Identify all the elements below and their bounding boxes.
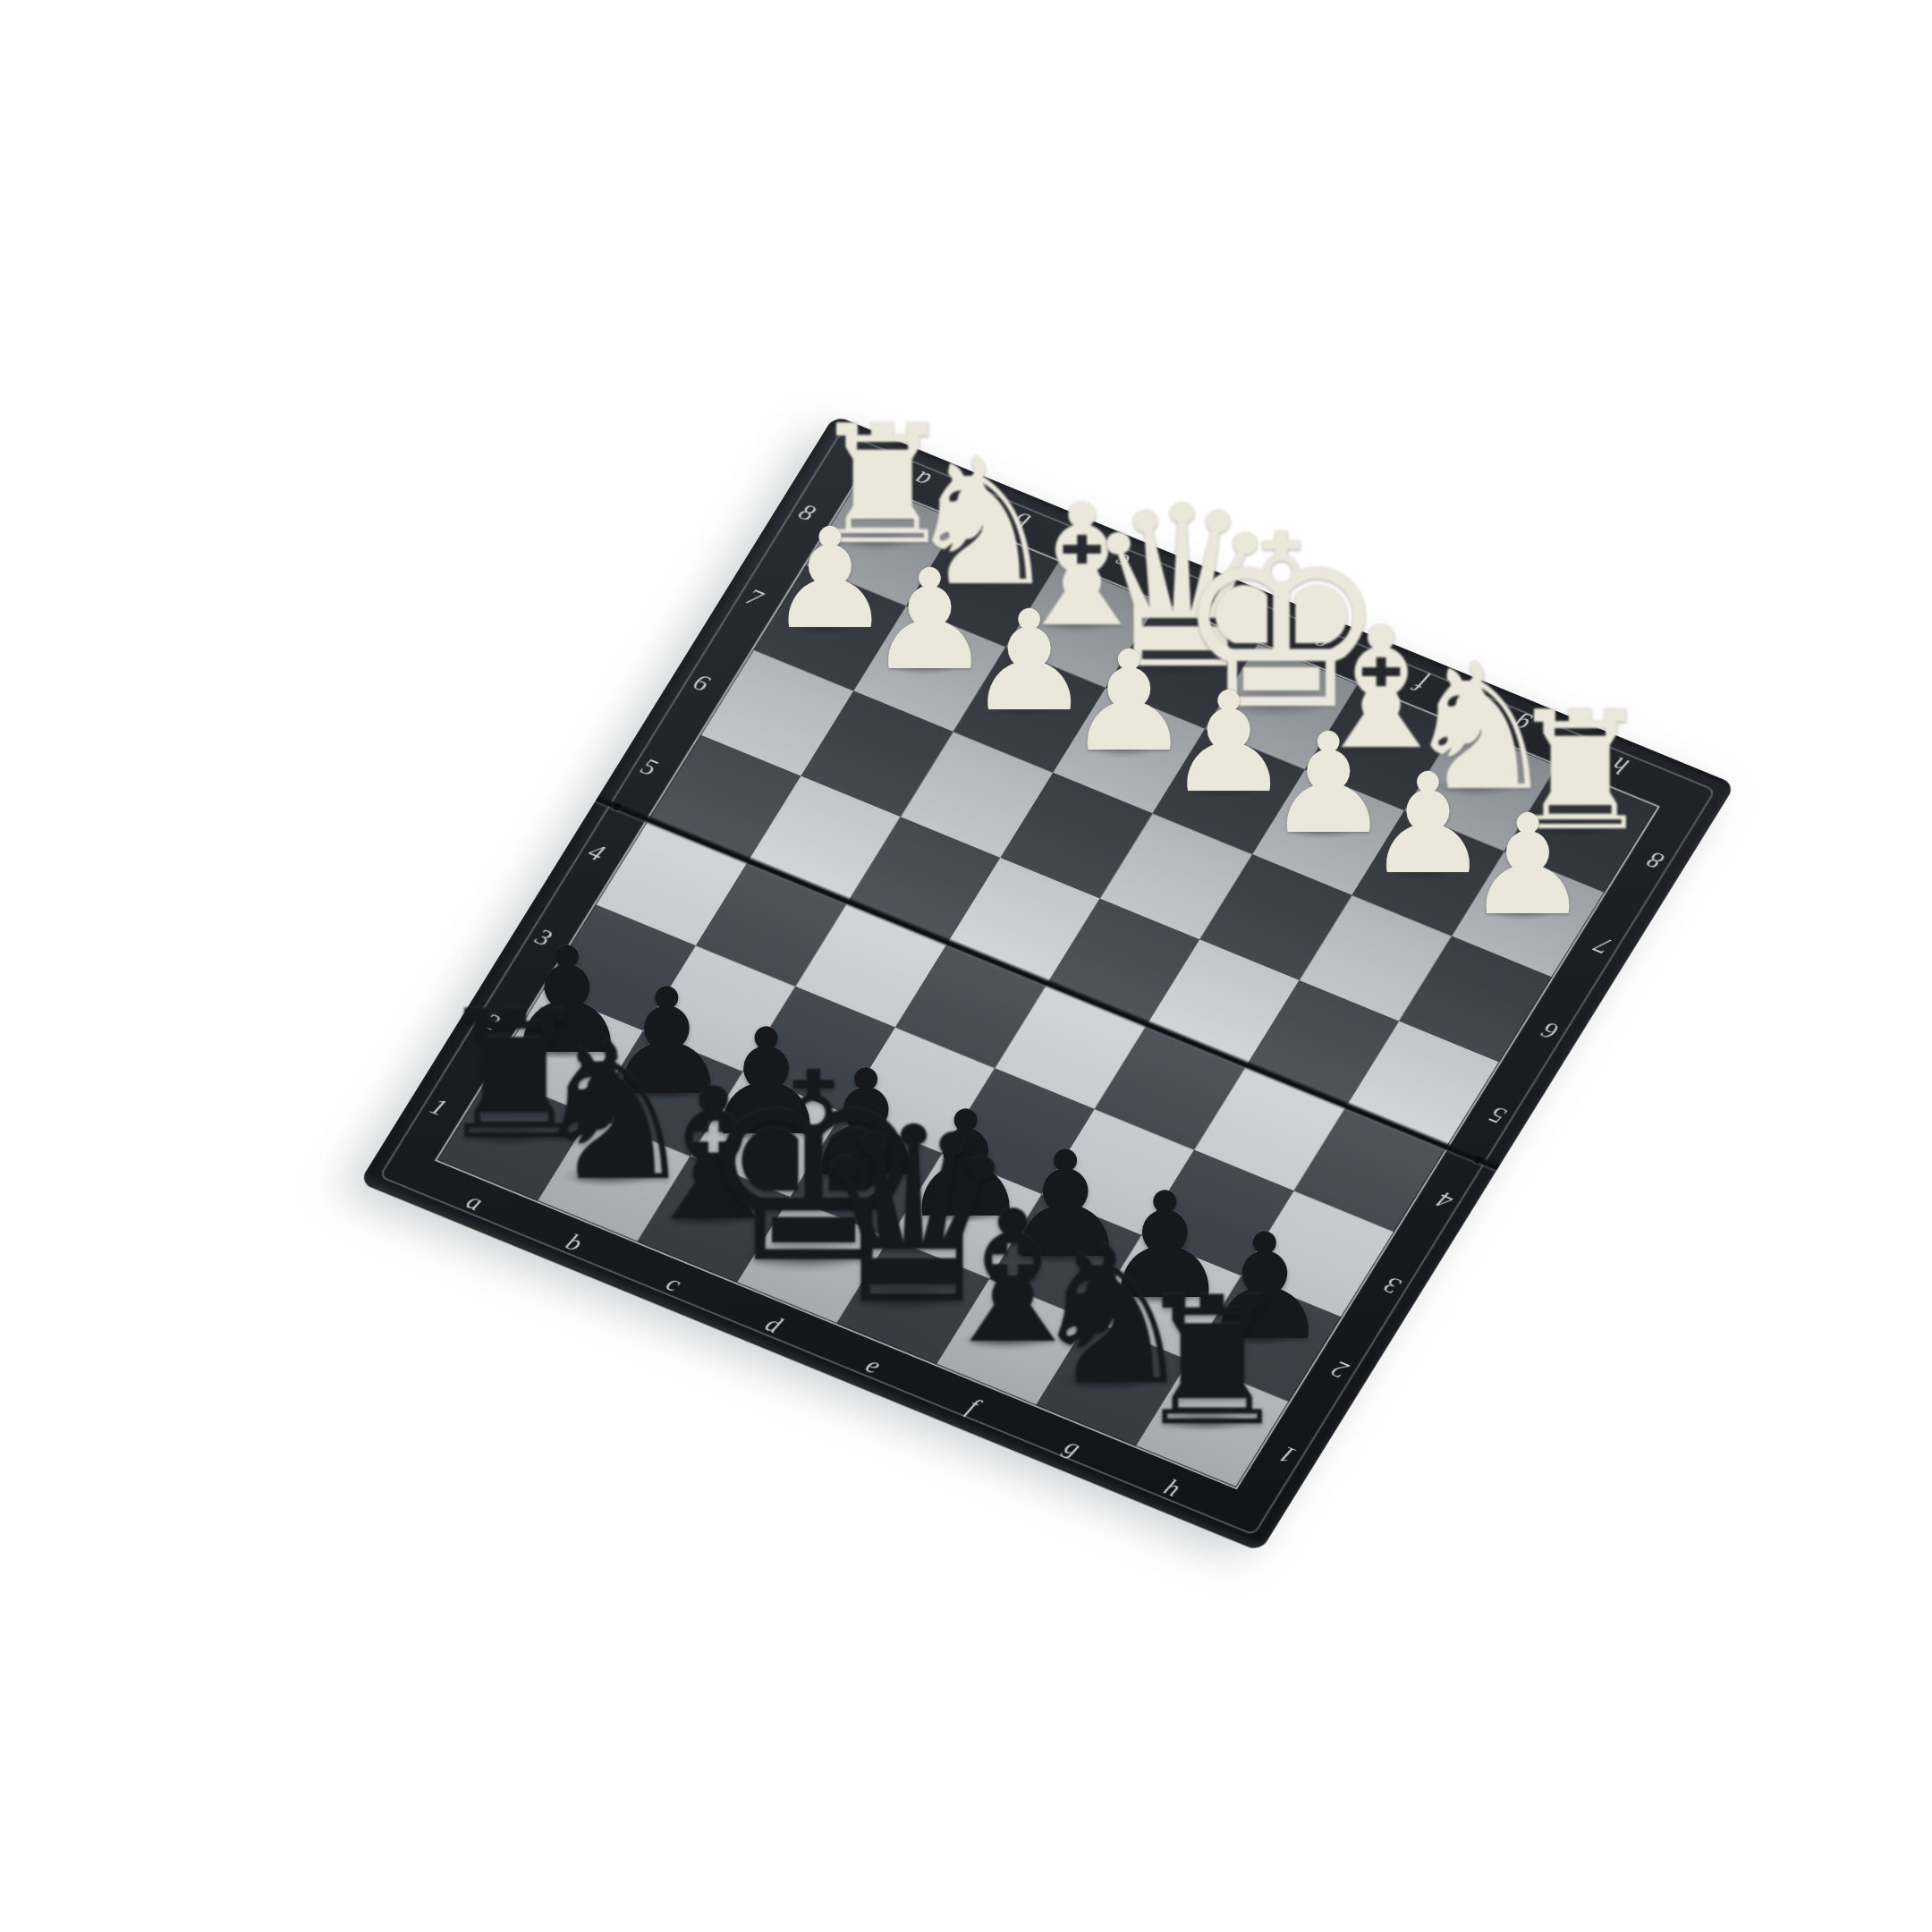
- white-pawn-icon: ♟: [1466, 796, 1590, 935]
- pieces-layer: ♜♞♝♛♚♝♞♜♟♟♟♟♟♟♟♟♟♟♟♟♟♟♟♟♜♞♝♚♛♝♞♜: [0, 0, 1932, 1932]
- product-photo-scene: aabbccddeeffgghh1122334455667788 ♜♞♝♛♚♝♞…: [0, 0, 1932, 1932]
- black-rook-icon: ♜: [1133, 1273, 1292, 1450]
